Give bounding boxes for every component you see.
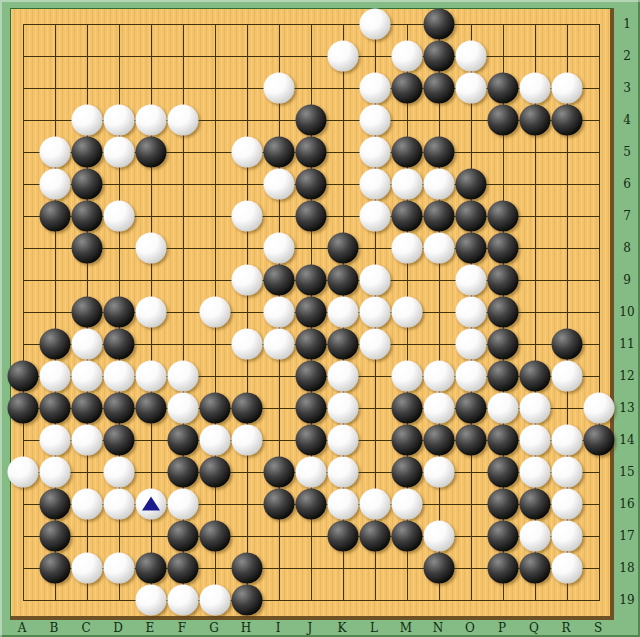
white-stone[interactable]	[552, 73, 583, 104]
white-stone[interactable]	[40, 457, 71, 488]
white-stone[interactable]	[104, 553, 135, 584]
black-stone[interactable]	[392, 137, 423, 168]
black-stone[interactable]	[232, 393, 263, 424]
black-stone[interactable]	[200, 393, 231, 424]
column-label: Q	[529, 622, 539, 634]
column-label: C	[81, 622, 90, 634]
black-stone[interactable]	[136, 393, 167, 424]
white-stone[interactable]	[136, 105, 167, 136]
white-stone[interactable]	[520, 393, 551, 424]
column-label: S	[594, 622, 602, 634]
white-stone[interactable]	[456, 329, 487, 360]
white-stone[interactable]	[456, 297, 487, 328]
white-stone[interactable]	[328, 41, 359, 72]
black-stone[interactable]	[488, 73, 519, 104]
white-stone[interactable]	[520, 425, 551, 456]
black-stone[interactable]	[264, 137, 295, 168]
row-label: 1	[623, 18, 631, 30]
row-label: 19	[619, 594, 634, 606]
row-label: 2	[623, 50, 631, 62]
white-stone[interactable]	[424, 361, 455, 392]
black-stone[interactable]	[296, 105, 327, 136]
white-stone[interactable]	[72, 553, 103, 584]
black-stone[interactable]	[488, 105, 519, 136]
row-label: 13	[619, 402, 634, 414]
black-stone[interactable]	[552, 329, 583, 360]
black-stone[interactable]	[296, 329, 327, 360]
black-stone[interactable]	[392, 521, 423, 552]
black-stone[interactable]	[488, 361, 519, 392]
black-stone[interactable]	[296, 361, 327, 392]
white-stone[interactable]	[232, 425, 263, 456]
white-stone[interactable]	[392, 169, 423, 200]
black-stone[interactable]	[488, 297, 519, 328]
row-label: 15	[619, 466, 634, 478]
black-stone[interactable]	[168, 457, 199, 488]
white-stone[interactable]	[72, 489, 103, 520]
white-stone[interactable]	[328, 297, 359, 328]
black-stone[interactable]	[296, 297, 327, 328]
white-stone[interactable]	[328, 393, 359, 424]
white-stone[interactable]	[392, 297, 423, 328]
black-stone[interactable]	[488, 201, 519, 232]
white-stone[interactable]	[104, 105, 135, 136]
white-stone[interactable]	[200, 297, 231, 328]
grid-line-vertical	[439, 24, 440, 601]
black-stone[interactable]	[296, 489, 327, 520]
black-stone[interactable]	[584, 425, 615, 456]
white-stone[interactable]	[392, 41, 423, 72]
black-stone[interactable]	[392, 73, 423, 104]
black-stone[interactable]	[40, 393, 71, 424]
white-stone[interactable]	[264, 73, 295, 104]
white-stone[interactable]	[456, 41, 487, 72]
white-stone[interactable]	[40, 137, 71, 168]
black-stone[interactable]	[520, 553, 551, 584]
column-label: A	[18, 622, 27, 634]
row-label: 8	[623, 242, 631, 254]
white-stone[interactable]	[552, 489, 583, 520]
black-stone[interactable]	[104, 393, 135, 424]
white-stone[interactable]	[168, 393, 199, 424]
black-stone[interactable]	[328, 521, 359, 552]
black-stone[interactable]	[40, 521, 71, 552]
row-label: 14	[619, 434, 634, 446]
row-label: 12	[619, 370, 634, 382]
black-stone[interactable]	[232, 585, 263, 616]
white-stone[interactable]	[360, 265, 391, 296]
row-label: 7	[623, 210, 631, 222]
white-stone[interactable]	[296, 457, 327, 488]
white-stone[interactable]	[200, 425, 231, 456]
black-stone[interactable]	[424, 553, 455, 584]
black-stone[interactable]	[392, 393, 423, 424]
row-label: 11	[619, 338, 634, 350]
white-stone[interactable]	[168, 361, 199, 392]
column-label: E	[146, 622, 155, 634]
black-stone[interactable]	[392, 201, 423, 232]
go-game-window: ABCDEFGHIJKLMNOPQRS123456789101112131415…	[0, 0, 640, 637]
column-label: D	[113, 622, 123, 634]
white-stone[interactable]	[456, 73, 487, 104]
column-label: N	[433, 622, 444, 634]
black-stone[interactable]	[456, 425, 487, 456]
row-label: 10	[619, 306, 634, 318]
white-stone[interactable]	[552, 425, 583, 456]
white-stone[interactable]	[424, 169, 455, 200]
white-stone[interactable]	[552, 457, 583, 488]
column-label: H	[241, 622, 251, 634]
black-stone[interactable]	[520, 361, 551, 392]
white-stone[interactable]	[40, 169, 71, 200]
black-stone[interactable]	[456, 233, 487, 264]
black-stone[interactable]	[296, 425, 327, 456]
black-stone[interactable]	[72, 233, 103, 264]
column-label: R	[561, 622, 570, 634]
black-stone[interactable]	[264, 265, 295, 296]
column-label: I	[276, 622, 281, 634]
black-stone[interactable]	[168, 521, 199, 552]
white-stone[interactable]	[392, 233, 423, 264]
grid-line-horizontal	[23, 600, 600, 601]
white-stone[interactable]	[520, 521, 551, 552]
black-stone[interactable]	[488, 521, 519, 552]
white-stone[interactable]	[264, 169, 295, 200]
white-stone[interactable]	[456, 361, 487, 392]
black-stone[interactable]	[136, 553, 167, 584]
white-stone[interactable]	[104, 489, 135, 520]
black-stone[interactable]	[488, 265, 519, 296]
black-stone[interactable]	[328, 329, 359, 360]
black-stone[interactable]	[488, 457, 519, 488]
white-stone[interactable]	[232, 265, 263, 296]
column-label: B	[50, 622, 59, 634]
row-label: 4	[623, 114, 631, 126]
black-stone[interactable]	[104, 425, 135, 456]
black-stone[interactable]	[456, 169, 487, 200]
white-stone[interactable]	[72, 105, 103, 136]
black-stone[interactable]	[488, 489, 519, 520]
column-label: L	[370, 622, 378, 634]
black-stone[interactable]	[72, 201, 103, 232]
row-label: 17	[619, 530, 634, 542]
black-stone[interactable]	[392, 457, 423, 488]
white-stone[interactable]	[104, 201, 135, 232]
white-stone[interactable]	[328, 457, 359, 488]
white-stone[interactable]	[136, 585, 167, 616]
white-stone[interactable]	[264, 329, 295, 360]
white-stone[interactable]	[40, 361, 71, 392]
black-stone[interactable]	[520, 105, 551, 136]
column-label: P	[498, 622, 506, 634]
white-stone[interactable]	[328, 489, 359, 520]
white-stone[interactable]	[360, 137, 391, 168]
white-stone[interactable]	[264, 233, 295, 264]
white-stone[interactable]	[232, 137, 263, 168]
black-stone[interactable]	[392, 425, 423, 456]
column-label: J	[308, 622, 313, 634]
white-stone[interactable]	[424, 521, 455, 552]
black-stone[interactable]	[40, 201, 71, 232]
white-stone[interactable]	[456, 265, 487, 296]
white-stone[interactable]	[584, 393, 615, 424]
column-label: K	[338, 622, 347, 634]
black-stone[interactable]	[488, 233, 519, 264]
white-stone[interactable]	[232, 329, 263, 360]
black-stone[interactable]	[360, 521, 391, 552]
row-label: 3	[623, 82, 631, 94]
white-stone[interactable]	[392, 489, 423, 520]
black-stone[interactable]	[456, 393, 487, 424]
black-stone[interactable]	[296, 137, 327, 168]
white-stone[interactable]	[72, 361, 103, 392]
black-stone[interactable]	[136, 137, 167, 168]
black-stone[interactable]	[72, 297, 103, 328]
black-stone[interactable]	[456, 201, 487, 232]
black-stone[interactable]	[296, 265, 327, 296]
black-stone[interactable]	[424, 9, 455, 40]
black-stone[interactable]	[72, 137, 103, 168]
black-stone[interactable]	[488, 425, 519, 456]
black-stone[interactable]	[8, 393, 39, 424]
black-stone[interactable]	[488, 329, 519, 360]
white-stone[interactable]	[360, 9, 391, 40]
black-stone[interactable]	[104, 329, 135, 360]
white-stone[interactable]	[360, 169, 391, 200]
row-label: 5	[623, 146, 631, 158]
black-stone[interactable]	[40, 553, 71, 584]
black-stone[interactable]	[232, 553, 263, 584]
black-stone[interactable]	[104, 297, 135, 328]
black-stone[interactable]	[264, 489, 295, 520]
white-stone[interactable]	[360, 297, 391, 328]
white-stone[interactable]	[104, 457, 135, 488]
row-label: 6	[623, 178, 631, 190]
black-stone[interactable]	[72, 393, 103, 424]
black-stone[interactable]	[328, 265, 359, 296]
white-stone[interactable]	[104, 137, 135, 168]
white-stone[interactable]	[360, 489, 391, 520]
black-stone[interactable]	[168, 425, 199, 456]
column-label: G	[209, 622, 219, 634]
white-stone[interactable]	[520, 457, 551, 488]
white-stone[interactable]	[360, 201, 391, 232]
white-stone[interactable]	[424, 233, 455, 264]
white-stone[interactable]	[168, 489, 199, 520]
white-stone[interactable]	[232, 201, 263, 232]
white-stone[interactable]	[424, 393, 455, 424]
white-stone[interactable]	[168, 105, 199, 136]
black-stone[interactable]	[296, 393, 327, 424]
black-stone[interactable]	[200, 457, 231, 488]
row-label: 9	[623, 274, 631, 286]
white-stone[interactable]	[200, 585, 231, 616]
white-stone[interactable]	[360, 73, 391, 104]
column-label: F	[178, 622, 186, 634]
white-stone[interactable]	[264, 297, 295, 328]
white-stone[interactable]	[72, 329, 103, 360]
black-stone[interactable]	[200, 521, 231, 552]
white-stone[interactable]	[328, 425, 359, 456]
black-stone[interactable]	[424, 137, 455, 168]
black-stone[interactable]	[488, 553, 519, 584]
column-label: M	[400, 622, 412, 634]
black-stone[interactable]	[424, 41, 455, 72]
black-stone[interactable]	[328, 233, 359, 264]
row-label: 18	[619, 562, 634, 574]
black-stone[interactable]	[520, 489, 551, 520]
white-stone[interactable]	[168, 585, 199, 616]
white-stone[interactable]	[552, 553, 583, 584]
white-stone[interactable]	[72, 425, 103, 456]
row-label: 16	[619, 498, 634, 510]
white-stone[interactable]	[328, 361, 359, 392]
white-stone[interactable]	[8, 457, 39, 488]
white-stone[interactable]	[360, 105, 391, 136]
black-stone[interactable]	[552, 105, 583, 136]
white-stone[interactable]	[104, 361, 135, 392]
white-stone[interactable]	[520, 73, 551, 104]
white-stone[interactable]	[552, 521, 583, 552]
white-stone[interactable]	[136, 297, 167, 328]
white-stone[interactable]	[136, 361, 167, 392]
white-stone[interactable]	[488, 393, 519, 424]
black-stone[interactable]	[168, 553, 199, 584]
black-stone[interactable]	[424, 425, 455, 456]
white-stone[interactable]	[360, 329, 391, 360]
black-stone[interactable]	[424, 201, 455, 232]
white-stone[interactable]	[552, 361, 583, 392]
white-stone[interactable]	[392, 361, 423, 392]
black-stone[interactable]	[264, 457, 295, 488]
white-stone[interactable]	[136, 233, 167, 264]
white-stone[interactable]	[40, 425, 71, 456]
black-stone[interactable]	[296, 201, 327, 232]
black-stone[interactable]	[40, 329, 71, 360]
white-stone[interactable]	[136, 489, 167, 520]
black-stone[interactable]	[8, 361, 39, 392]
column-label: O	[465, 622, 475, 634]
black-stone[interactable]	[40, 489, 71, 520]
grid-line-vertical	[599, 24, 600, 601]
black-stone[interactable]	[72, 169, 103, 200]
black-stone[interactable]	[296, 169, 327, 200]
black-stone[interactable]	[424, 73, 455, 104]
white-stone[interactable]	[424, 457, 455, 488]
